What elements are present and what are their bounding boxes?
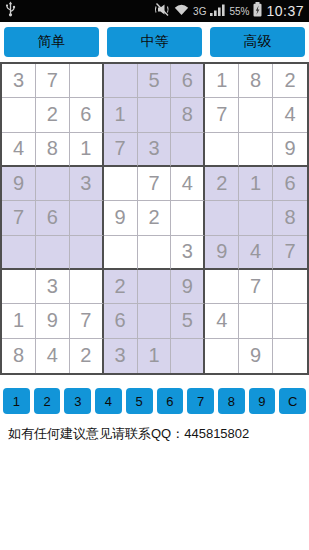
cell-r2c2[interactable]: 2 xyxy=(36,98,70,132)
cell-r7c5[interactable] xyxy=(138,270,172,304)
cell-r8c8[interactable] xyxy=(239,304,273,338)
cell-r2c5[interactable] xyxy=(138,98,172,132)
cell-r9c1[interactable]: 8 xyxy=(2,339,36,373)
cell-r1c7[interactable]: 1 xyxy=(205,64,239,98)
difficulty-hard-button[interactable]: 高级 xyxy=(210,27,305,57)
cell-r1c8[interactable]: 8 xyxy=(239,64,273,98)
cell-r2c7[interactable]: 7 xyxy=(205,98,239,132)
cell-r9c2[interactable]: 4 xyxy=(36,339,70,373)
cell-r5c9[interactable]: 8 xyxy=(273,201,307,235)
cell-r6c4[interactable] xyxy=(104,236,138,270)
cell-r3c4[interactable]: 7 xyxy=(104,133,138,167)
cell-r3c2[interactable]: 8 xyxy=(36,133,70,167)
status-bar-right: 3G 55% 10:37 xyxy=(154,2,304,21)
cell-r6c5[interactable] xyxy=(138,236,172,270)
cell-r2c4[interactable]: 1 xyxy=(104,98,138,132)
cell-r8c6[interactable]: 5 xyxy=(171,304,205,338)
cell-r3c1[interactable]: 4 xyxy=(2,133,36,167)
cell-r8c3[interactable]: 7 xyxy=(70,304,104,338)
cell-r5c6[interactable] xyxy=(171,201,205,235)
cell-r4c3[interactable]: 3 xyxy=(70,167,104,201)
cell-r4c9[interactable]: 6 xyxy=(273,167,307,201)
cell-r9c8[interactable]: 9 xyxy=(239,339,273,373)
cell-r9c5[interactable]: 1 xyxy=(138,339,172,373)
cell-r7c8[interactable]: 7 xyxy=(239,270,273,304)
cell-r5c4[interactable]: 9 xyxy=(104,201,138,235)
cell-r3c3[interactable]: 1 xyxy=(70,133,104,167)
cell-r5c5[interactable]: 2 xyxy=(138,201,172,235)
cell-r7c2[interactable]: 3 xyxy=(36,270,70,304)
cell-r7c3[interactable] xyxy=(70,270,104,304)
cell-r4c1[interactable]: 9 xyxy=(2,167,36,201)
cell-r4c5[interactable]: 7 xyxy=(138,167,172,201)
wifi-icon xyxy=(174,2,189,20)
cell-r8c4[interactable]: 6 xyxy=(104,304,138,338)
cell-r1c5[interactable]: 5 xyxy=(138,64,172,98)
cell-r9c3[interactable]: 2 xyxy=(70,339,104,373)
cell-r3c8[interactable] xyxy=(239,133,273,167)
cell-r1c4[interactable] xyxy=(104,64,138,98)
cell-r8c7[interactable]: 4 xyxy=(205,304,239,338)
footer-contact-text: 如有任何建议意见请联系QQ：445815802 xyxy=(8,425,301,443)
cell-r9c6[interactable] xyxy=(171,339,205,373)
numpad-button-4[interactable]: 4 xyxy=(95,388,122,414)
cell-r4c7[interactable]: 2 xyxy=(205,167,239,201)
cell-r6c3[interactable] xyxy=(70,236,104,270)
numpad-button-7[interactable]: 7 xyxy=(187,388,214,414)
cell-r7c7[interactable] xyxy=(205,270,239,304)
numpad-button-9[interactable]: 9 xyxy=(249,388,276,414)
numpad-button-3[interactable]: 3 xyxy=(64,388,91,414)
numpad-button-6[interactable]: 6 xyxy=(157,388,184,414)
cell-r6c1[interactable] xyxy=(2,236,36,270)
cell-r4c2[interactable] xyxy=(36,167,70,201)
cell-r3c7[interactable] xyxy=(205,133,239,167)
signal-bars-icon xyxy=(210,2,225,20)
cell-r1c6[interactable]: 6 xyxy=(171,64,205,98)
cell-r5c1[interactable]: 7 xyxy=(2,201,36,235)
cell-r5c3[interactable] xyxy=(70,201,104,235)
numpad-button-1[interactable]: 1 xyxy=(3,388,30,414)
status-bar-left xyxy=(5,1,16,21)
cell-r7c6[interactable]: 9 xyxy=(171,270,205,304)
numpad-button-2[interactable]: 2 xyxy=(34,388,61,414)
cell-r4c4[interactable] xyxy=(104,167,138,201)
cell-r2c9[interactable]: 4 xyxy=(273,98,307,132)
cell-r6c9[interactable]: 7 xyxy=(273,236,307,270)
cell-r4c6[interactable]: 4 xyxy=(171,167,205,201)
cell-r5c2[interactable]: 6 xyxy=(36,201,70,235)
cell-r5c7[interactable] xyxy=(205,201,239,235)
difficulty-medium-button[interactable]: 中等 xyxy=(107,27,202,57)
cell-r8c2[interactable]: 9 xyxy=(36,304,70,338)
cell-r1c9[interactable]: 2 xyxy=(273,64,307,98)
cell-r7c9[interactable] xyxy=(273,270,307,304)
cell-r7c4[interactable]: 2 xyxy=(104,270,138,304)
cell-r6c7[interactable]: 9 xyxy=(205,236,239,270)
mute-icon xyxy=(154,2,170,20)
cell-r8c5[interactable] xyxy=(138,304,172,338)
cell-r3c5[interactable]: 3 xyxy=(138,133,172,167)
cell-r7c1[interactable] xyxy=(2,270,36,304)
battery-charging-icon xyxy=(253,2,262,21)
cell-r2c3[interactable]: 6 xyxy=(70,98,104,132)
status-bar: 3G 55% 10:37 xyxy=(0,0,309,22)
cell-r2c8[interactable] xyxy=(239,98,273,132)
difficulty-row: 简单 中等 高级 xyxy=(0,22,309,62)
numpad-button-8[interactable]: 8 xyxy=(218,388,245,414)
cell-r5c8[interactable] xyxy=(239,201,273,235)
clock-label: 10:37 xyxy=(266,3,304,19)
cell-r4c8[interactable]: 1 xyxy=(239,167,273,201)
cell-r1c3[interactable] xyxy=(70,64,104,98)
battery-percent-label: 55% xyxy=(229,6,249,17)
numpad-button-C[interactable]: C xyxy=(279,388,306,414)
cell-r1c2[interactable]: 7 xyxy=(36,64,70,98)
sudoku-board: 3756182261874481739937421676928394732971… xyxy=(0,62,309,375)
cell-r6c8[interactable]: 4 xyxy=(239,236,273,270)
numpad-button-5[interactable]: 5 xyxy=(126,388,153,414)
number-pad: 123456789C xyxy=(0,388,309,414)
difficulty-easy-button[interactable]: 简单 xyxy=(4,27,99,57)
cell-r3c6[interactable] xyxy=(171,133,205,167)
cell-r9c7[interactable] xyxy=(205,339,239,373)
cell-r9c4[interactable]: 3 xyxy=(104,339,138,373)
cell-r3c9[interactable]: 9 xyxy=(273,133,307,167)
cell-r8c9[interactable] xyxy=(273,304,307,338)
cell-r2c6[interactable]: 8 xyxy=(171,98,205,132)
cell-r8c1[interactable]: 1 xyxy=(2,304,36,338)
cell-r9c9[interactable] xyxy=(273,339,307,373)
cell-r6c6[interactable]: 3 xyxy=(171,236,205,270)
usb-icon xyxy=(5,3,16,20)
cell-r2c1[interactable] xyxy=(2,98,36,132)
cell-r1c1[interactable]: 3 xyxy=(2,64,36,98)
network-type-label: 3G xyxy=(193,6,206,17)
cell-r6c2[interactable] xyxy=(36,236,70,270)
